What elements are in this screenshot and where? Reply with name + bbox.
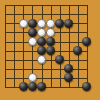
black-stone[interactable] (28, 28, 37, 37)
black-stone[interactable] (28, 19, 37, 28)
black-stone[interactable] (64, 64, 73, 73)
grid-line-horizontal (5, 78, 87, 79)
go-board[interactable] (0, 0, 100, 100)
white-stone[interactable] (37, 28, 46, 37)
black-stone[interactable] (55, 19, 64, 28)
grid-line-vertical (5, 5, 6, 87)
grid-line-vertical (14, 5, 15, 87)
black-stone[interactable] (82, 37, 91, 46)
black-stone[interactable] (19, 82, 28, 91)
black-stone[interactable] (64, 73, 73, 82)
black-stone[interactable] (64, 19, 73, 28)
grid-line-horizontal (5, 87, 87, 88)
grid-line-vertical (60, 5, 61, 87)
black-stone[interactable] (37, 82, 46, 91)
white-stone[interactable] (28, 73, 37, 82)
black-stone[interactable] (37, 46, 46, 55)
white-stone[interactable] (46, 19, 55, 28)
black-stone[interactable] (28, 82, 37, 91)
grid-line-horizontal (5, 14, 87, 15)
grid-line-horizontal (5, 60, 87, 61)
black-stone[interactable] (37, 37, 46, 46)
black-stone[interactable] (82, 82, 91, 91)
black-stone[interactable] (55, 55, 64, 64)
grid-line-horizontal (5, 69, 87, 70)
black-stone[interactable] (46, 37, 55, 46)
white-stone[interactable] (37, 19, 46, 28)
grid-line-horizontal (5, 5, 87, 6)
black-stone[interactable] (73, 46, 82, 55)
grid-line-vertical (23, 5, 24, 87)
white-stone[interactable] (46, 28, 55, 37)
white-stone[interactable] (28, 37, 37, 46)
black-stone[interactable] (46, 46, 55, 55)
grid-line-vertical (87, 5, 88, 87)
white-stone[interactable] (19, 19, 28, 28)
white-stone[interactable] (37, 55, 46, 64)
